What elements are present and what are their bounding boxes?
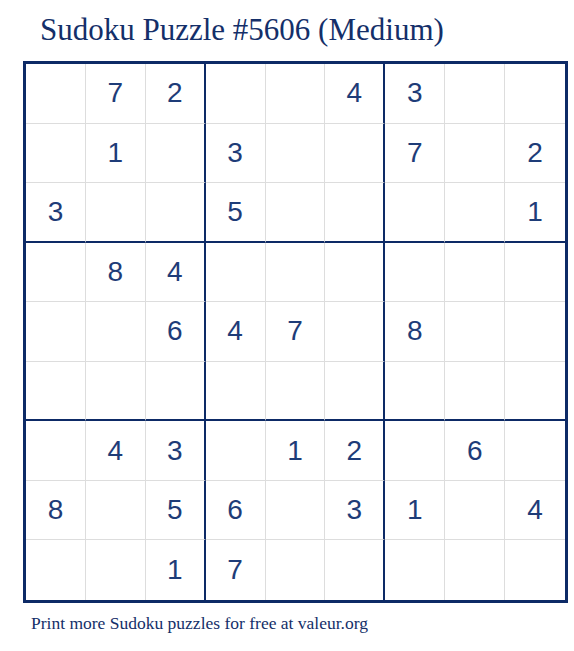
cell-r7c2: 4 [86, 421, 146, 481]
cell-r3c1: 3 [26, 183, 86, 243]
cell-r1c1 [26, 64, 86, 124]
cell-r5c8 [445, 302, 505, 362]
cell-r7c3: 3 [146, 421, 206, 481]
cell-r5c9 [505, 302, 565, 362]
page-title: Sudoku Puzzle #5606 (Medium) [40, 12, 444, 48]
cell-r1c6: 4 [325, 64, 385, 124]
cell-r1c7: 3 [385, 64, 445, 124]
cell-r4c1 [26, 243, 86, 303]
cell-r1c4 [206, 64, 266, 124]
cell-r7c4 [206, 421, 266, 481]
cell-r6c7 [385, 362, 445, 422]
cell-r3c4: 5 [206, 183, 266, 243]
page: Sudoku Puzzle #5606 (Medium) 72431372351… [0, 0, 574, 651]
cell-r8c8 [445, 481, 505, 541]
cell-r7c6: 2 [325, 421, 385, 481]
cell-r5c5: 7 [266, 302, 326, 362]
cell-r8c3: 5 [146, 481, 206, 541]
cell-r9c8 [445, 540, 505, 600]
cell-r5c4: 4 [206, 302, 266, 362]
cell-r1c8 [445, 64, 505, 124]
cell-r8c2 [86, 481, 146, 541]
cell-r8c7: 1 [385, 481, 445, 541]
cell-r7c7 [385, 421, 445, 481]
cell-r3c7 [385, 183, 445, 243]
cell-r2c4: 3 [206, 124, 266, 184]
cell-r2c7: 7 [385, 124, 445, 184]
cell-r2c9: 2 [505, 124, 565, 184]
cell-r3c9: 1 [505, 183, 565, 243]
cell-r4c8 [445, 243, 505, 303]
cell-r9c9 [505, 540, 565, 600]
cell-r6c1 [26, 362, 86, 422]
cell-r9c3: 1 [146, 540, 206, 600]
cell-r6c5 [266, 362, 326, 422]
cell-r6c8 [445, 362, 505, 422]
cell-r2c1 [26, 124, 86, 184]
cell-r8c4: 6 [206, 481, 266, 541]
cell-r7c1 [26, 421, 86, 481]
cell-r5c2 [86, 302, 146, 362]
cell-r3c8 [445, 183, 505, 243]
cell-r2c2: 1 [86, 124, 146, 184]
cell-r8c1: 8 [26, 481, 86, 541]
cell-r8c6: 3 [325, 481, 385, 541]
cell-r3c6 [325, 183, 385, 243]
cell-r7c9 [505, 421, 565, 481]
cell-r8c5 [266, 481, 326, 541]
cell-r3c3 [146, 183, 206, 243]
cell-r2c6 [325, 124, 385, 184]
cell-r6c3 [146, 362, 206, 422]
cell-r9c1 [26, 540, 86, 600]
cell-r5c3: 6 [146, 302, 206, 362]
cell-r9c4: 7 [206, 540, 266, 600]
sudoku-board: 724313723518464784312685631417 [23, 61, 568, 603]
cell-r8c9: 4 [505, 481, 565, 541]
footer-text: Print more Sudoku puzzles for free at va… [31, 613, 368, 634]
cell-r2c3 [146, 124, 206, 184]
cell-r4c2: 8 [86, 243, 146, 303]
cell-r9c2 [86, 540, 146, 600]
cell-r4c4 [206, 243, 266, 303]
cell-r9c5 [266, 540, 326, 600]
cell-r6c4 [206, 362, 266, 422]
cell-r7c5: 1 [266, 421, 326, 481]
cell-r9c7 [385, 540, 445, 600]
cell-r9c6 [325, 540, 385, 600]
cell-r6c6 [325, 362, 385, 422]
cell-r5c6 [325, 302, 385, 362]
cell-r4c9 [505, 243, 565, 303]
cell-r4c5 [266, 243, 326, 303]
cell-r1c9 [505, 64, 565, 124]
cell-r6c9 [505, 362, 565, 422]
cell-r4c7 [385, 243, 445, 303]
cell-r1c2: 7 [86, 64, 146, 124]
cell-r4c6 [325, 243, 385, 303]
cell-r1c5 [266, 64, 326, 124]
cell-r3c2 [86, 183, 146, 243]
cell-r4c3: 4 [146, 243, 206, 303]
cell-r2c8 [445, 124, 505, 184]
cell-r5c7: 8 [385, 302, 445, 362]
cell-r2c5 [266, 124, 326, 184]
cell-r5c1 [26, 302, 86, 362]
cell-r7c8: 6 [445, 421, 505, 481]
cell-r1c3: 2 [146, 64, 206, 124]
cell-r6c2 [86, 362, 146, 422]
cell-r3c5 [266, 183, 326, 243]
